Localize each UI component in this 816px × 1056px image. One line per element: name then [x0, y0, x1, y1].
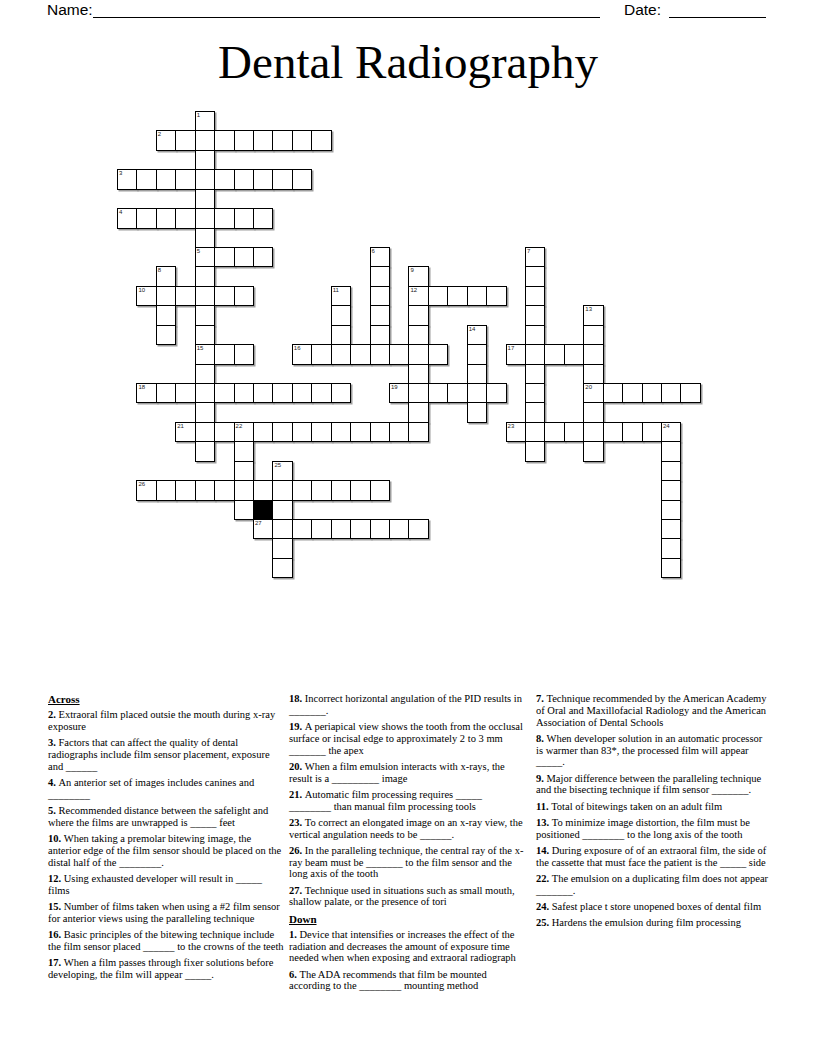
- grid-cell[interactable]: [486, 383, 506, 403]
- grid-cell[interactable]: [331, 383, 351, 403]
- grid-cell[interactable]: [370, 286, 390, 306]
- grid-cell[interactable]: [292, 480, 312, 500]
- grid-cell[interactable]: [195, 422, 215, 442]
- clue-number: 10: [138, 287, 145, 294]
- grid-cell[interactable]: [331, 305, 351, 325]
- clue-number: 26: [138, 481, 145, 488]
- grid-cell[interactable]: [661, 500, 681, 520]
- clue-number: 27: [255, 520, 262, 527]
- clue-text: When taking a premolar bitewing image, t…: [48, 833, 281, 868]
- grid-cell[interactable]: [525, 402, 545, 422]
- grid-cell[interactable]: [234, 286, 254, 306]
- clue-number-label: 17.: [48, 957, 64, 968]
- grid-cell[interactable]: [253, 130, 273, 150]
- grid-cell[interactable]: [292, 519, 312, 539]
- grid-cell[interactable]: [525, 441, 545, 461]
- clue-text: Total of bitewings taken on an adult fil…: [551, 801, 722, 812]
- clue-text: Recommended distance between the safelig…: [48, 805, 268, 828]
- clue-text: Automatic film processing requires _____…: [289, 789, 482, 812]
- grid-cell[interactable]: [156, 480, 176, 500]
- grid-cell[interactable]: [311, 344, 331, 364]
- grid-cell[interactable]: [272, 169, 292, 189]
- grid-cell[interactable]: [272, 558, 292, 578]
- grid-cell[interactable]: [175, 130, 195, 150]
- clue-number-label: 20.: [289, 761, 305, 772]
- grid-cell[interactable]: [195, 305, 215, 325]
- grid-cell[interactable]: 3: [117, 169, 137, 189]
- grid-cell[interactable]: 4: [117, 208, 137, 228]
- clue-item: 2. Extraoral film placed outsie the mout…: [48, 709, 286, 733]
- grid-cell[interactable]: 24: [661, 422, 681, 442]
- clue-item: 25. Hardens the emulsion during film pro…: [536, 917, 769, 929]
- grid-cell[interactable]: [195, 228, 215, 248]
- clue-item: 27. Technique used in situations such as…: [289, 885, 525, 909]
- grid-cell[interactable]: [661, 558, 681, 578]
- grid-cell[interactable]: [525, 305, 545, 325]
- grid-cell[interactable]: [467, 383, 487, 403]
- grid-cell[interactable]: [253, 169, 273, 189]
- grid-cell[interactable]: 14: [467, 325, 487, 345]
- worksheet-page: Name: Date: Dental Radiography 123456789…: [0, 0, 816, 1056]
- grid-cell[interactable]: [583, 402, 603, 422]
- grid-cell[interactable]: [408, 344, 428, 364]
- grid-cell[interactable]: [603, 422, 623, 442]
- clue-text: When a film passes through fixer solutio…: [48, 957, 273, 980]
- clue-item: 5. Recommended distance between the safe…: [48, 805, 286, 829]
- clue-number-label: 27.: [289, 885, 305, 896]
- grid-cell[interactable]: [408, 364, 428, 384]
- clue-item: 15. Number of films taken when using a #…: [48, 901, 286, 925]
- grid-cell[interactable]: [136, 169, 156, 189]
- grid-cell[interactable]: [234, 480, 254, 500]
- grid-cell[interactable]: [486, 286, 506, 306]
- grid-cell[interactable]: [234, 500, 254, 520]
- grid-cell[interactable]: [272, 422, 292, 442]
- clue-number-label: 3.: [48, 737, 59, 748]
- grid-cell[interactable]: [253, 247, 273, 267]
- clue-number-label: 4.: [48, 777, 59, 788]
- clue-number-label: 19.: [289, 721, 305, 732]
- clue-number: 6: [372, 248, 375, 255]
- clue-item: 1. Device that intensifies or increases …: [289, 929, 525, 964]
- grid-cell[interactable]: [175, 383, 195, 403]
- grid-cell[interactable]: [175, 480, 195, 500]
- grid-cell[interactable]: [583, 441, 603, 461]
- clue-item: 12. Using exhausted developer will resul…: [48, 873, 286, 897]
- grid-cell[interactable]: [583, 344, 603, 364]
- clue-text: Incorrect horizontal angulation of the P…: [289, 693, 522, 716]
- grid-cell[interactable]: [195, 383, 215, 403]
- grid-cell[interactable]: 17: [506, 344, 526, 364]
- clue-number: 21: [177, 423, 184, 430]
- grid-cell[interactable]: [370, 480, 390, 500]
- grid-cell[interactable]: [408, 383, 428, 403]
- clue-number: 4: [119, 209, 122, 216]
- clue-number: 20: [585, 384, 592, 391]
- grid-cell[interactable]: [214, 344, 234, 364]
- grid-cell[interactable]: [195, 480, 215, 500]
- grid-cell[interactable]: [680, 383, 700, 403]
- grid-cell[interactable]: 12: [408, 286, 428, 306]
- grid-cell[interactable]: [661, 441, 681, 461]
- grid-cell[interactable]: [195, 364, 215, 384]
- grid-cell[interactable]: [661, 480, 681, 500]
- grid-cell[interactable]: [661, 383, 681, 403]
- clue-number: 7: [527, 248, 530, 255]
- grid-cell[interactable]: [253, 422, 273, 442]
- clue-text: To correct an elongated image on an x-ra…: [289, 817, 523, 840]
- grid-cell[interactable]: [408, 325, 428, 345]
- grid-cell[interactable]: [214, 247, 234, 267]
- clue-text: Number of films taken when using a #2 fi…: [48, 901, 280, 924]
- clue-item: 6. The ADA recommends that film be mount…: [289, 969, 525, 993]
- clue-number-label: 5.: [48, 805, 59, 816]
- grid-cell[interactable]: 23: [506, 422, 526, 442]
- clue-item: 11. Total of bitewings taken on an adult…: [536, 801, 769, 813]
- clue-text: To minimize image distortion, the film m…: [536, 817, 750, 840]
- clue-number: 19: [391, 384, 398, 391]
- clue-text: A periapical view shows the tooth from t…: [289, 721, 523, 756]
- clue-number: 17: [508, 345, 515, 352]
- clue-text: When developer solution in an automatic …: [536, 733, 762, 768]
- grid-cell[interactable]: [389, 344, 409, 364]
- grid-cell[interactable]: [214, 286, 234, 306]
- grid-cell[interactable]: [428, 344, 448, 364]
- clue-number-label: 11.: [536, 801, 551, 812]
- grid-cell[interactable]: [234, 441, 254, 461]
- clue-number-label: 7.: [536, 693, 547, 704]
- grid-cell[interactable]: [292, 383, 312, 403]
- grid-cell[interactable]: [661, 519, 681, 539]
- grid-cell[interactable]: [272, 383, 292, 403]
- clue-number: 1: [197, 112, 200, 119]
- grid-cell[interactable]: [175, 208, 195, 228]
- date-blank-line[interactable]: [669, 17, 766, 18]
- crossword-grid: 1234567891011121314151617181920212223242…: [117, 111, 700, 578]
- grid-cell[interactable]: [195, 325, 215, 345]
- grid-cell[interactable]: 9: [408, 266, 428, 286]
- clue-text: When a film emulsion interacts with x-ra…: [289, 761, 505, 784]
- clue-item: 8. When developer solution in an automat…: [536, 733, 769, 768]
- grid-cell[interactable]: [214, 208, 234, 228]
- grid-cell[interactable]: [234, 130, 254, 150]
- clue-item: 14. During exposure of of an extraoral f…: [536, 845, 769, 869]
- grid-cell[interactable]: [214, 422, 234, 442]
- grid-cell[interactable]: [331, 480, 351, 500]
- grid-cell[interactable]: [156, 208, 176, 228]
- clue-number-label: 16.: [48, 929, 64, 940]
- grid-cell[interactable]: [370, 519, 390, 539]
- clue-item: 26. In the paralleling technique, the ce…: [289, 845, 525, 880]
- name-blank-line[interactable]: [93, 17, 600, 18]
- grid-cell[interactable]: [311, 383, 331, 403]
- grid-cell[interactable]: [408, 519, 428, 539]
- clue-text: The ADA recommends that film be mounted …: [289, 969, 487, 992]
- grid-cell[interactable]: [525, 383, 545, 403]
- grid-cell[interactable]: [350, 480, 370, 500]
- clue-number: 3: [119, 170, 122, 177]
- clue-number: 11: [333, 287, 339, 294]
- clue-number-label: 23.: [289, 817, 305, 828]
- grid-cell[interactable]: 21: [175, 422, 195, 442]
- clue-column-2: 18. Incorrect horizontal angulation of t…: [289, 693, 525, 997]
- grid-cell[interactable]: 13: [583, 305, 603, 325]
- grid-cell[interactable]: [234, 208, 254, 228]
- grid-cell[interactable]: [583, 325, 603, 345]
- clue-item: 10. When taking a premolar bitewing imag…: [48, 833, 286, 868]
- grid-cell[interactable]: [370, 344, 390, 364]
- grid-cell[interactable]: 19: [389, 383, 409, 403]
- grid-cell[interactable]: [350, 344, 370, 364]
- grid-cell[interactable]: [195, 130, 215, 150]
- grid-cell[interactable]: [311, 422, 331, 442]
- grid-cell[interactable]: [642, 422, 662, 442]
- grid-cell[interactable]: 18: [136, 383, 156, 403]
- clue-number-label: 26.: [289, 845, 305, 856]
- grid-cell[interactable]: [544, 344, 564, 364]
- clue-number: 8: [158, 267, 161, 274]
- grid-cell[interactable]: [525, 325, 545, 345]
- grid-cell[interactable]: [234, 169, 254, 189]
- grid-cell[interactable]: [136, 208, 156, 228]
- clue-number: 12: [410, 287, 417, 294]
- clue-column-3: 7. Technique recommended by the American…: [536, 693, 769, 933]
- grid-cell[interactable]: [292, 422, 312, 442]
- grid-cell[interactable]: [622, 383, 642, 403]
- grid-cell[interactable]: [234, 247, 254, 267]
- grid-cell[interactable]: [272, 500, 292, 520]
- grid-cell[interactable]: 25: [272, 461, 292, 481]
- grid-cell[interactable]: 10: [136, 286, 156, 306]
- grid-cell[interactable]: [389, 519, 409, 539]
- clue-item: 3. Factors that can affect the quality o…: [48, 737, 286, 772]
- clue-number-label: 24.: [536, 901, 552, 912]
- grid-cell[interactable]: [156, 169, 176, 189]
- clue-item: 18. Incorrect horizontal angulation of t…: [289, 693, 525, 717]
- black-cell: [253, 500, 273, 520]
- grid-cell[interactable]: [525, 344, 545, 364]
- grid-cell[interactable]: [195, 189, 215, 209]
- clue-number-label: 15.: [48, 901, 64, 912]
- grid-cell[interactable]: [272, 538, 292, 558]
- clue-number: 22: [236, 423, 243, 430]
- grid-cell[interactable]: [603, 383, 623, 403]
- grid-cell[interactable]: [467, 402, 487, 422]
- grid-cell[interactable]: [467, 344, 487, 364]
- clue-number-label: 12.: [48, 873, 64, 884]
- grid-cell[interactable]: [331, 519, 351, 539]
- clue-column-1: Across2. Extraoral film placed outsie th…: [48, 693, 286, 985]
- clue-text: Device that intensifies or increases the…: [289, 929, 516, 964]
- clue-text: Technique used in situations such as sma…: [289, 885, 515, 908]
- grid-cell[interactable]: [467, 364, 487, 384]
- grid-cell[interactable]: [195, 441, 215, 461]
- grid-cell[interactable]: [544, 422, 564, 442]
- clue-item: 20. When a film emulsion interacts with …: [289, 761, 525, 785]
- grid-cell[interactable]: [234, 461, 254, 481]
- clue-text: The emulsion on a duplicating film does …: [536, 873, 768, 896]
- grid-cell[interactable]: 5: [195, 247, 215, 267]
- clue-text: In the paralleling technique, the centra…: [289, 845, 523, 880]
- grid-cell[interactable]: 20: [583, 383, 603, 403]
- grid-cell[interactable]: [272, 130, 292, 150]
- grid-cell[interactable]: [370, 422, 390, 442]
- grid-cell[interactable]: [175, 286, 195, 306]
- clue-text: An anterior set of images includes canin…: [48, 777, 254, 800]
- grid-cell[interactable]: [661, 538, 681, 558]
- grid-cell[interactable]: [195, 169, 215, 189]
- grid-cell[interactable]: [370, 305, 390, 325]
- clue-text: Technique recommended by the American Ac…: [536, 693, 766, 728]
- clue-number-label: 1.: [289, 929, 300, 940]
- grid-cell[interactable]: [156, 325, 176, 345]
- clue-number-label: 8.: [536, 733, 547, 744]
- grid-cell[interactable]: [525, 422, 545, 442]
- clue-text: Extraoral film placed outsie the mouth d…: [48, 709, 275, 732]
- grid-cell[interactable]: [564, 344, 584, 364]
- clue-text: Factors that can affect the quality of d…: [48, 737, 270, 772]
- clue-number: 24: [663, 423, 670, 430]
- clue-number-label: 18.: [289, 693, 305, 704]
- clue-number: 16: [294, 345, 301, 352]
- grid-cell[interactable]: 16: [292, 344, 312, 364]
- grid-cell[interactable]: 11: [331, 286, 351, 306]
- grid-cell[interactable]: [214, 130, 234, 150]
- grid-cell[interactable]: [272, 480, 292, 500]
- grid-cell[interactable]: [408, 305, 428, 325]
- grid-cell[interactable]: [525, 364, 545, 384]
- grid-cell[interactable]: [195, 402, 215, 422]
- clue-item: 16. Basic principles of the bitewing tec…: [48, 929, 286, 953]
- clue-item: 23. To correct an elongated image on an …: [289, 817, 525, 841]
- grid-cell[interactable]: [292, 130, 312, 150]
- grid-cell[interactable]: [525, 286, 545, 306]
- grid-cell[interactable]: [370, 266, 390, 286]
- grid-cell[interactable]: [370, 325, 390, 345]
- grid-cell[interactable]: [447, 383, 467, 403]
- grid-cell[interactable]: [253, 383, 273, 403]
- grid-cell[interactable]: [525, 266, 545, 286]
- grid-cell[interactable]: [156, 286, 176, 306]
- grid-cell[interactable]: [214, 169, 234, 189]
- grid-cell[interactable]: [661, 461, 681, 481]
- clue-number: 14: [469, 326, 476, 333]
- grid-cell[interactable]: [583, 364, 603, 384]
- grid-cell[interactable]: [195, 150, 215, 170]
- grid-cell[interactable]: [447, 286, 467, 306]
- grid-cell[interactable]: [175, 169, 195, 189]
- clue-item: 9. Major difference between the parallel…: [536, 773, 769, 797]
- clue-number: 18: [138, 384, 145, 391]
- clue-text: Hardens the emulsion during film process…: [552, 917, 741, 928]
- grid-cell[interactable]: [331, 344, 351, 364]
- date-label: Date:: [624, 1, 661, 19]
- clue-text: Basic principles of the bitewing techniq…: [48, 929, 284, 952]
- grid-cell[interactable]: 22: [234, 422, 254, 442]
- clue-number-label: 9.: [536, 773, 547, 784]
- grid-cell[interactable]: [311, 480, 331, 500]
- grid-cell[interactable]: [311, 130, 331, 150]
- grid-cell[interactable]: [331, 422, 351, 442]
- grid-cell[interactable]: [428, 383, 448, 403]
- clue-number: 2: [158, 131, 161, 138]
- grid-cell[interactable]: [195, 266, 215, 286]
- grid-cell[interactable]: [350, 422, 370, 442]
- grid-cell[interactable]: [156, 305, 176, 325]
- grid-cell[interactable]: [389, 422, 409, 442]
- grid-cell[interactable]: 26: [136, 480, 156, 500]
- grid-cell[interactable]: [253, 480, 273, 500]
- grid-cell[interactable]: 1: [195, 111, 215, 131]
- grid-cell[interactable]: 15: [195, 344, 215, 364]
- clue-item: 19. A periapical view shows the tooth fr…: [289, 721, 525, 756]
- clue-number: 15: [197, 345, 204, 352]
- grid-cell[interactable]: [467, 286, 487, 306]
- grid-cell[interactable]: 7: [525, 247, 545, 267]
- grid-cell[interactable]: [350, 519, 370, 539]
- clue-number-label: 6.: [289, 969, 300, 980]
- puzzle-title: Dental Radiography: [0, 37, 816, 89]
- clue-item: 21. Automatic film processing requires _…: [289, 789, 525, 813]
- name-label: Name:: [47, 1, 93, 19]
- grid-cell[interactable]: [272, 519, 292, 539]
- clue-item: 13. To minimize image distortion, the fi…: [536, 817, 769, 841]
- grid-cell[interactable]: [234, 344, 254, 364]
- clues-across-header: Across: [48, 693, 286, 705]
- grid-cell[interactable]: [564, 422, 584, 442]
- grid-cell[interactable]: [331, 325, 351, 345]
- clue-number-label: 21.: [289, 789, 305, 800]
- grid-cell[interactable]: [253, 208, 273, 228]
- clues-down-header: Down: [289, 913, 525, 925]
- clue-item: 24. Safest place t store unopened boxes …: [536, 901, 769, 913]
- grid-cell[interactable]: [642, 383, 662, 403]
- grid-cell[interactable]: [408, 402, 428, 422]
- grid-cell[interactable]: [292, 169, 312, 189]
- clue-number-label: 13.: [536, 817, 552, 828]
- grid-cell[interactable]: [408, 422, 428, 442]
- grid-cell[interactable]: [156, 383, 176, 403]
- grid-cell[interactable]: 8: [156, 266, 176, 286]
- clue-item: 4. An anterior set of images includes ca…: [48, 777, 286, 801]
- clue-number: 9: [410, 267, 413, 274]
- clue-item: 7. Technique recommended by the American…: [536, 693, 769, 728]
- clue-text: Using exhausted developer will result in…: [48, 873, 262, 896]
- grid-cell[interactable]: [195, 208, 215, 228]
- grid-cell[interactable]: [234, 383, 254, 403]
- clue-item: 22. The emulsion on a duplicating film d…: [536, 873, 769, 897]
- clue-number-label: 14.: [536, 845, 552, 856]
- grid-cell[interactable]: [428, 286, 448, 306]
- clue-number: 5: [197, 248, 200, 255]
- grid-cell[interactable]: [214, 383, 234, 403]
- grid-cell[interactable]: [583, 422, 603, 442]
- grid-cell[interactable]: [622, 422, 642, 442]
- grid-cell[interactable]: 2: [156, 130, 176, 150]
- clue-number-label: 25.: [536, 917, 552, 928]
- grid-cell[interactable]: [195, 286, 215, 306]
- clue-text: Safest place t store unopened boxes of d…: [552, 901, 761, 912]
- grid-cell[interactable]: 6: [370, 247, 390, 267]
- grid-cell[interactable]: [214, 480, 234, 500]
- clue-item: 17. When a film passes through fixer sol…: [48, 957, 286, 981]
- grid-cell[interactable]: [311, 519, 331, 539]
- clue-number-label: 10.: [48, 833, 64, 844]
- grid-cell[interactable]: 27: [253, 519, 273, 539]
- clue-number: 25: [274, 462, 281, 469]
- clue-number: 13: [585, 306, 592, 313]
- clue-number: 23: [508, 423, 515, 430]
